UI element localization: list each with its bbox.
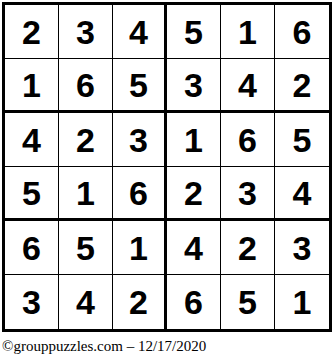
cell-r1c5: 1 [221, 5, 275, 59]
cell-r2c1: 1 [5, 59, 59, 113]
cell-r5c5: 2 [221, 221, 275, 275]
cell-r6c3: 2 [113, 275, 167, 329]
cell-r4c2: 1 [59, 167, 113, 221]
cell-r2c4: 3 [167, 59, 221, 113]
cell-r2c6: 2 [275, 59, 329, 113]
cell-r5c1: 6 [5, 221, 59, 275]
copyright-footer: ©grouppuzzles.com – 12/17/2020 [2, 338, 206, 355]
cell-r3c6: 5 [275, 113, 329, 167]
cell-r4c6: 4 [275, 167, 329, 221]
cell-r5c2: 5 [59, 221, 113, 275]
cell-r2c5: 4 [221, 59, 275, 113]
cell-r5c6: 3 [275, 221, 329, 275]
cell-r6c6: 1 [275, 275, 329, 329]
cell-r1c2: 3 [59, 5, 113, 59]
cell-r6c4: 6 [167, 275, 221, 329]
cell-r6c1: 3 [5, 275, 59, 329]
cell-r3c2: 2 [59, 113, 113, 167]
cell-r2c3: 5 [113, 59, 167, 113]
cell-r3c5: 6 [221, 113, 275, 167]
sudoku-page: 234516165342423165516234651423342651 ©gr… [0, 0, 335, 357]
cell-r4c5: 3 [221, 167, 275, 221]
cell-r1c3: 4 [113, 5, 167, 59]
cell-r1c4: 5 [167, 5, 221, 59]
cell-r6c2: 4 [59, 275, 113, 329]
cell-r4c3: 6 [113, 167, 167, 221]
cell-r1c1: 2 [5, 5, 59, 59]
cell-r6c5: 5 [221, 275, 275, 329]
cell-r3c4: 1 [167, 113, 221, 167]
cell-r4c4: 2 [167, 167, 221, 221]
cell-r3c1: 4 [5, 113, 59, 167]
sudoku-board: 234516165342423165516234651423342651 [2, 2, 332, 332]
cell-r5c3: 1 [113, 221, 167, 275]
cell-r5c4: 4 [167, 221, 221, 275]
cell-r2c2: 6 [59, 59, 113, 113]
cell-r3c3: 3 [113, 113, 167, 167]
cell-r4c1: 5 [5, 167, 59, 221]
cell-r1c6: 6 [275, 5, 329, 59]
